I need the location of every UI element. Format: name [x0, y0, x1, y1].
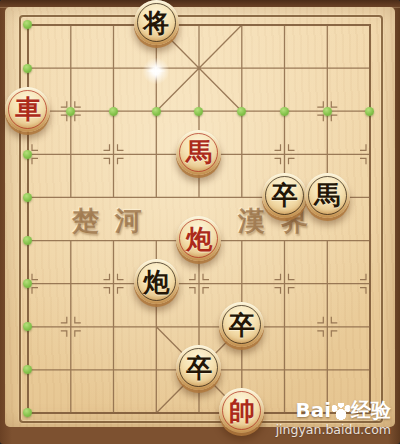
move-hint-dot[interactable]	[323, 107, 332, 116]
baidu-logo-text: Bai	[295, 398, 331, 422]
move-hint-dot[interactable]	[23, 279, 32, 288]
move-hint-dot[interactable]	[194, 107, 203, 116]
move-hint-dot[interactable]	[237, 107, 246, 116]
move-hint-dot[interactable]	[109, 107, 118, 116]
move-hint-dot[interactable]	[23, 236, 32, 245]
move-hint-dot[interactable]	[23, 64, 32, 73]
xiangqi-app: 楚河 漢界 将車馬卒馬炮炮卒卒帥 Bai经验 jingyan.baidu.com	[0, 0, 400, 444]
baidu-logo: Bai经验	[276, 400, 391, 420]
last-move-marker	[142, 57, 170, 85]
piece-red-chariot[interactable]: 車	[5, 87, 50, 132]
move-hint-dot[interactable]	[23, 365, 32, 374]
piece-black-horse[interactable]: 馬	[305, 173, 350, 218]
move-hint-dot[interactable]	[280, 107, 289, 116]
move-hint-dot[interactable]	[23, 408, 32, 417]
piece-black-general[interactable]: 将	[134, 0, 179, 45]
move-hint-dot[interactable]	[66, 107, 75, 116]
piece-red-general[interactable]: 帥	[219, 388, 264, 433]
piece-black-pawn[interactable]: 卒	[262, 173, 307, 218]
piece-black-pawn[interactable]: 卒	[219, 302, 264, 347]
baidu-watermark: Bai经验 jingyan.baidu.com	[276, 400, 391, 437]
move-hint-dot[interactable]	[152, 107, 161, 116]
piece-black-pawn[interactable]: 卒	[176, 345, 221, 390]
move-hint-dot[interactable]	[23, 150, 32, 159]
move-hint-dot[interactable]	[365, 107, 374, 116]
baidu-paw-icon	[332, 403, 350, 420]
move-hint-dot[interactable]	[23, 193, 32, 202]
piece-layer: 将車馬卒馬炮炮卒卒帥	[7, 3, 392, 434]
piece-red-cannon[interactable]: 炮	[176, 216, 221, 261]
move-hint-dot[interactable]	[23, 20, 32, 29]
baidu-jingyan-text: 经验	[351, 398, 391, 422]
move-hint-dot[interactable]	[23, 322, 32, 331]
piece-black-cannon[interactable]: 炮	[134, 259, 179, 304]
piece-red-horse[interactable]: 馬	[176, 130, 221, 175]
watermark-url: jingyan.baidu.com	[276, 422, 391, 437]
